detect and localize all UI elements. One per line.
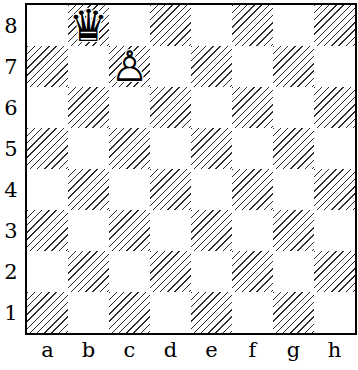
- square-g7[interactable]: [273, 46, 314, 87]
- square-f2[interactable]: [232, 251, 273, 292]
- file-label-f: f: [232, 336, 273, 364]
- square-h2[interactable]: [314, 251, 355, 292]
- file-label-c: c: [109, 336, 150, 364]
- rank-label-6: 6: [0, 87, 22, 128]
- square-c1[interactable]: [109, 292, 150, 333]
- square-c8[interactable]: [109, 5, 150, 46]
- white-pawn-icon: ♙: [109, 46, 150, 87]
- square-f7[interactable]: [232, 46, 273, 87]
- square-c4[interactable]: [109, 169, 150, 210]
- file-label-b: b: [68, 336, 109, 364]
- file-label-e: e: [191, 336, 232, 364]
- square-f3[interactable]: [232, 210, 273, 251]
- square-d2[interactable]: [150, 251, 191, 292]
- square-h7[interactable]: [314, 46, 355, 87]
- square-e2[interactable]: [191, 251, 232, 292]
- square-e3[interactable]: [191, 210, 232, 251]
- square-d3[interactable]: [150, 210, 191, 251]
- white-pawn-c7[interactable]: ♟♙: [109, 46, 150, 87]
- square-g4[interactable]: [273, 169, 314, 210]
- rank-label-1: 1: [0, 292, 22, 333]
- square-a5[interactable]: [27, 128, 68, 169]
- black-queen-b8[interactable]: ♛♛: [68, 5, 109, 46]
- square-g1[interactable]: [273, 292, 314, 333]
- square-g6[interactable]: [273, 87, 314, 128]
- square-a6[interactable]: [27, 87, 68, 128]
- square-e5[interactable]: [191, 128, 232, 169]
- square-h5[interactable]: [314, 128, 355, 169]
- square-h6[interactable]: [314, 87, 355, 128]
- square-f4[interactable]: [232, 169, 273, 210]
- square-g3[interactable]: [273, 210, 314, 251]
- square-f8[interactable]: [232, 5, 273, 46]
- rank-label-2: 2: [0, 251, 22, 292]
- rank-labels: 87654321: [0, 5, 22, 333]
- black-queen-icon: ♛: [68, 5, 109, 46]
- file-label-h: h: [314, 336, 355, 364]
- square-d7[interactable]: [150, 46, 191, 87]
- square-c2[interactable]: [109, 251, 150, 292]
- square-a4[interactable]: [27, 169, 68, 210]
- square-b2[interactable]: [68, 251, 109, 292]
- square-h3[interactable]: [314, 210, 355, 251]
- square-d5[interactable]: [150, 128, 191, 169]
- square-b5[interactable]: [68, 128, 109, 169]
- square-b7[interactable]: [68, 46, 109, 87]
- rank-label-3: 3: [0, 210, 22, 251]
- square-h1[interactable]: [314, 292, 355, 333]
- square-h4[interactable]: [314, 169, 355, 210]
- square-e7[interactable]: [191, 46, 232, 87]
- square-c7[interactable]: ♟♙: [109, 46, 150, 87]
- square-f5[interactable]: [232, 128, 273, 169]
- square-g5[interactable]: [273, 128, 314, 169]
- square-g8[interactable]: [273, 5, 314, 46]
- square-f6[interactable]: [232, 87, 273, 128]
- square-f1[interactable]: [232, 292, 273, 333]
- file-label-a: a: [27, 336, 68, 364]
- square-a8[interactable]: [27, 5, 68, 46]
- square-g2[interactable]: [273, 251, 314, 292]
- square-c5[interactable]: [109, 128, 150, 169]
- square-d4[interactable]: [150, 169, 191, 210]
- square-e4[interactable]: [191, 169, 232, 210]
- square-c3[interactable]: [109, 210, 150, 251]
- square-a2[interactable]: [27, 251, 68, 292]
- square-d8[interactable]: [150, 5, 191, 46]
- rank-label-5: 5: [0, 128, 22, 169]
- square-b8[interactable]: ♛♛: [68, 5, 109, 46]
- square-h8[interactable]: [314, 5, 355, 46]
- square-e6[interactable]: [191, 87, 232, 128]
- rank-label-7: 7: [0, 46, 22, 87]
- square-d6[interactable]: [150, 87, 191, 128]
- chess-board: ♛♛♟♙: [25, 3, 357, 335]
- square-b4[interactable]: [68, 169, 109, 210]
- square-a3[interactable]: [27, 210, 68, 251]
- file-label-g: g: [273, 336, 314, 364]
- square-b3[interactable]: [68, 210, 109, 251]
- square-e8[interactable]: [191, 5, 232, 46]
- chess-diagram: 87654321 ♛♛♟♙ abcdefgh: [0, 0, 358, 370]
- square-a7[interactable]: [27, 46, 68, 87]
- square-b6[interactable]: [68, 87, 109, 128]
- file-labels: abcdefgh: [27, 336, 355, 364]
- square-d1[interactable]: [150, 292, 191, 333]
- square-e1[interactable]: [191, 292, 232, 333]
- square-b1[interactable]: [68, 292, 109, 333]
- rank-label-4: 4: [0, 169, 22, 210]
- square-c6[interactable]: [109, 87, 150, 128]
- square-a1[interactable]: [27, 292, 68, 333]
- rank-label-8: 8: [0, 5, 22, 46]
- file-label-d: d: [150, 336, 191, 364]
